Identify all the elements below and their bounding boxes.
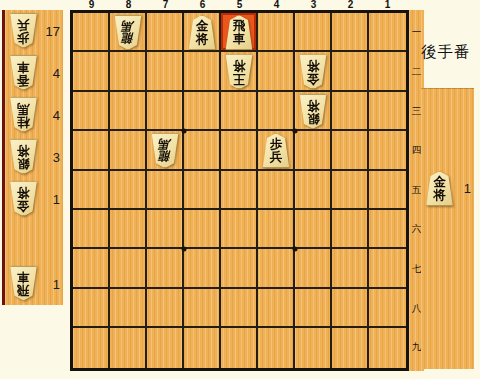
star-point	[182, 247, 187, 252]
board-square-3五[interactable]	[295, 171, 332, 210]
piece-face: 龍馬	[151, 133, 180, 168]
board-square-2九[interactable]	[332, 328, 369, 367]
piece-silver-general[interactable]: 銀将	[9, 139, 38, 174]
piece-rook[interactable]: 飛車	[9, 266, 38, 301]
piece-gold-general[interactable]: 金将	[425, 171, 454, 206]
board-square-1六[interactable]	[369, 210, 406, 249]
piece-6一[interactable]: 金将	[188, 15, 217, 50]
hand-slot-knight[interactable]: 桂馬4	[5, 94, 63, 136]
board-square-6八[interactable]	[184, 289, 221, 328]
hand-slot-silver-general[interactable]: 銀将3	[5, 136, 63, 178]
board-square-1八[interactable]	[369, 289, 406, 328]
hand-slot-empty	[421, 329, 474, 369]
hand-slot-gold-general[interactable]: 金将1	[421, 168, 474, 208]
file-label-2: 2	[332, 0, 369, 10]
star-point	[293, 129, 298, 134]
board-square-1九[interactable]	[369, 328, 406, 367]
board-square-5九[interactable]	[221, 328, 258, 367]
board-square-7六[interactable]	[147, 210, 184, 249]
board-square-7五[interactable]	[147, 171, 184, 210]
board-square-8二[interactable]	[110, 52, 147, 91]
board-square-3九[interactable]	[295, 328, 332, 367]
piece-knight[interactable]: 桂馬	[9, 97, 38, 132]
turn-indicator: 後手番	[421, 42, 471, 63]
board-square-2四[interactable]	[332, 131, 369, 170]
hand-slot-empty	[421, 288, 474, 328]
piece-face: 金将	[9, 181, 38, 216]
board-square-9八[interactable]	[73, 289, 110, 328]
board-square-5三[interactable]	[221, 92, 258, 131]
piece-kanji: 王将	[233, 59, 246, 85]
piece-kanji: 金将	[307, 59, 320, 85]
board-square-7九[interactable]	[147, 328, 184, 367]
piece-8一[interactable]: 龍馬	[114, 15, 143, 50]
piece-4四[interactable]: 歩兵	[262, 133, 291, 168]
board-square-5四[interactable]	[221, 131, 258, 170]
piece-face: 金将	[188, 15, 217, 50]
board-square-8七[interactable]	[110, 249, 147, 288]
board-square-7八[interactable]	[147, 289, 184, 328]
board-square-3七[interactable]	[295, 249, 332, 288]
piece-kanji: 飛車	[233, 20, 246, 46]
hand-slot-empty	[5, 220, 63, 262]
hand-slot-pawn[interactable]: 歩兵17	[5, 10, 63, 52]
shogi-diagram: 987654321 龍馬金将飛車王将金将銀将龍馬歩兵 一二三四五六七八九 後手番…	[0, 0, 480, 379]
board-square-2五[interactable]	[332, 171, 369, 210]
piece-kanji: 銀将	[307, 99, 320, 125]
piece-lance[interactable]: 香車	[9, 55, 38, 90]
piece-kanji: 金将	[196, 20, 209, 46]
board-square-8六[interactable]	[110, 210, 147, 249]
piece-kanji: 銀将	[17, 144, 30, 170]
board-square-6三[interactable]	[184, 92, 221, 131]
board-square-5七[interactable]	[221, 249, 258, 288]
board-square-2一[interactable]	[332, 13, 369, 52]
piece-kanji: 龍馬	[122, 20, 134, 44]
board-square-5八[interactable]	[221, 289, 258, 328]
piece-face: 飛車	[9, 266, 38, 301]
hand-slot-rook[interactable]: 飛車1	[5, 263, 63, 305]
board-square-9一[interactable]	[73, 13, 110, 52]
piece-face: 歩兵	[9, 13, 38, 48]
piece-face: 龍馬	[114, 15, 143, 50]
board-square-9二[interactable]	[73, 52, 110, 91]
hand-slot-gold-general[interactable]: 金将1	[5, 178, 63, 220]
piece-face: 銀将	[299, 94, 328, 129]
board-square-2二[interactable]	[332, 52, 369, 91]
sente-hand-tray: 金将1	[421, 88, 474, 369]
board-square-8八[interactable]	[110, 289, 147, 328]
board-square-3一[interactable]	[295, 13, 332, 52]
piece-face: 歩兵	[262, 133, 291, 168]
board-square-4六[interactable]	[258, 210, 295, 249]
piece-face: 金将	[299, 54, 328, 89]
board-square-6二[interactable]	[184, 52, 221, 91]
piece-kanji: 金将	[433, 176, 446, 202]
board-square-2三[interactable]	[332, 92, 369, 131]
file-label-3: 3	[295, 0, 332, 10]
hand-slot-empty	[421, 208, 474, 248]
board-square-1五[interactable]	[369, 171, 406, 210]
board-square-7二[interactable]	[147, 52, 184, 91]
board-square-5五[interactable]	[221, 171, 258, 210]
board-square-4三[interactable]	[258, 92, 295, 131]
board-square-3八[interactable]	[295, 289, 332, 328]
piece-kanji: 香車	[17, 60, 30, 86]
file-labels: 987654321	[73, 0, 406, 10]
board-square-6五[interactable]	[184, 171, 221, 210]
board-square-9四[interactable]	[73, 131, 110, 170]
piece-face: 桂馬	[9, 97, 38, 132]
file-label-7: 7	[147, 0, 184, 10]
star-point	[182, 129, 187, 134]
board-square-9七[interactable]	[73, 249, 110, 288]
piece-kanji: 龍馬	[159, 138, 171, 162]
hand-count: 1	[53, 276, 60, 291]
board-square-7一[interactable]	[147, 13, 184, 52]
piece-3二[interactable]: 金将	[299, 54, 328, 89]
star-point	[293, 247, 298, 252]
board-square-1二[interactable]	[369, 52, 406, 91]
board-square-7七[interactable]	[147, 249, 184, 288]
board-grid: 龍馬金将飛車王将金将銀将龍馬歩兵	[70, 10, 409, 371]
board-square-4九[interactable]	[258, 328, 295, 367]
hand-count: 4	[53, 66, 60, 81]
board-square-4二[interactable]	[258, 52, 295, 91]
hand-slot-empty	[421, 88, 474, 128]
board-square-4七[interactable]	[258, 249, 295, 288]
file-label-4: 4	[258, 0, 295, 10]
board-square-6九[interactable]	[184, 328, 221, 367]
board-square-8四[interactable]	[110, 131, 147, 170]
hand-count: 3	[53, 150, 60, 165]
piece-face: 飛車	[225, 15, 254, 50]
board-square-4八[interactable]	[258, 289, 295, 328]
piece-face: 銀将	[9, 139, 38, 174]
board-square-5六[interactable]	[221, 210, 258, 249]
file-label-1: 1	[369, 0, 406, 10]
file-label-6: 6	[184, 0, 221, 10]
piece-5一[interactable]: 飛車	[225, 15, 254, 50]
piece-7四[interactable]: 龍馬	[151, 133, 180, 168]
board-square-2六[interactable]	[332, 210, 369, 249]
piece-pawn[interactable]: 歩兵	[9, 13, 38, 48]
board-square-9五[interactable]	[73, 171, 110, 210]
board-square-4一[interactable]	[258, 13, 295, 52]
piece-face: 王将	[225, 54, 254, 89]
board-square-1三[interactable]	[369, 92, 406, 131]
piece-kanji: 歩兵	[270, 138, 283, 164]
hand-slot-empty	[421, 248, 474, 288]
board-square-1七[interactable]	[369, 249, 406, 288]
board-square-6六[interactable]	[184, 210, 221, 249]
board-square-9三[interactable]	[73, 92, 110, 131]
hand-slot-empty	[421, 128, 474, 168]
hand-count: 17	[46, 24, 60, 39]
board-square-6四[interactable]	[184, 131, 221, 170]
board-square-8三[interactable]	[110, 92, 147, 131]
hand-count: 4	[53, 108, 60, 123]
piece-kanji: 飛車	[17, 270, 30, 296]
board-square-7三[interactable]	[147, 92, 184, 131]
board-square-9九[interactable]	[73, 328, 110, 367]
board-square-8九[interactable]	[110, 328, 147, 367]
board-square-4五[interactable]	[258, 171, 295, 210]
board-square-6七[interactable]	[184, 249, 221, 288]
board-square-3六[interactable]	[295, 210, 332, 249]
hand-slot-lance[interactable]: 香車4	[5, 52, 63, 94]
piece-5二[interactable]: 王将	[225, 54, 254, 89]
file-label-8: 8	[110, 0, 147, 10]
file-label-5: 5	[221, 0, 258, 10]
piece-kanji: 歩兵	[17, 18, 30, 44]
piece-3三[interactable]: 銀将	[299, 94, 328, 129]
board-square-1四[interactable]	[369, 131, 406, 170]
piece-kanji: 桂馬	[17, 102, 30, 128]
piece-gold-general[interactable]: 金将	[9, 181, 38, 216]
board-square-3四[interactable]	[295, 131, 332, 170]
file-label-9: 9	[73, 0, 110, 10]
piece-face: 金将	[425, 171, 454, 206]
board-square-2七[interactable]	[332, 249, 369, 288]
board-square-8五[interactable]	[110, 171, 147, 210]
piece-face: 香車	[9, 55, 38, 90]
gote-hand-tray: 歩兵17香車4桂馬4銀将3金将1飛車1	[2, 10, 63, 305]
piece-kanji: 金将	[17, 186, 30, 212]
board-square-9六[interactable]	[73, 210, 110, 249]
hand-count: 1	[464, 181, 471, 196]
hand-count: 1	[53, 192, 60, 207]
board-square-1一[interactable]	[369, 13, 406, 52]
board-square-2八[interactable]	[332, 289, 369, 328]
